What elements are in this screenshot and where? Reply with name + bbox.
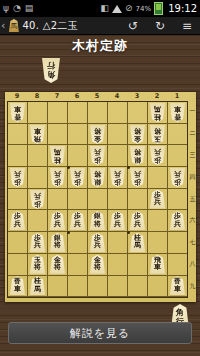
board-cell-9五[interactable] [8,189,28,211]
shogi-piece-飛車-sente[interactable]: 飛車 [149,255,166,274]
file-label: 5 [87,92,107,101]
board-cell-1二[interactable] [168,124,188,146]
gallery-icon: ▤ [25,4,34,13]
shogi-piece-歩兵-sente[interactable]: 歩兵 [169,211,186,230]
rank-label: 二 [189,123,196,145]
vibrate-icon: ◧ [101,4,110,13]
board-cell-8六[interactable] [28,210,48,232]
piece-kanji: 兵 [114,221,121,229]
piece-kanji: 角 [176,308,184,317]
board-cell-6二[interactable] [68,124,88,146]
board-cell-1三[interactable] [168,145,188,167]
piece-kanji: 兵 [154,148,161,156]
file-label: 4 [107,92,127,101]
piece-kanji: 将 [154,127,161,135]
board-cell-2三[interactable]: 歩兵 [148,145,168,167]
board-cell-5四[interactable]: 銀将 [88,167,108,189]
board-cell-1七[interactable] [168,232,188,254]
status-left-icons: ψ ◔ ▤ [0,4,33,13]
view-commentary-button[interactable]: 解説を見る [8,322,192,344]
piece-kanji: 兵 [14,170,21,178]
board-cell-5六[interactable]: 銀将 [88,210,108,232]
gote-hand-tray: 角行 [41,58,61,83]
board-cell-2八[interactable]: 飛車 [148,254,168,276]
shogi-piece-桂馬-sente[interactable]: 桂馬 [129,233,146,252]
undo-icon[interactable]: ↺ [128,20,138,32]
piece-kanji: 兵 [94,148,101,156]
shogi-piece-玉将-sente[interactable]: 玉将 [29,255,46,274]
board-cell-3三[interactable]: 銀将 [128,145,148,167]
piece-kanji: 兵 [94,242,101,250]
board-cell-8四[interactable] [28,167,48,189]
page-title: 木村定跡 [0,37,200,55]
piece-kanji: 兵 [114,170,121,178]
board-cell-7七[interactable]: 銀将 [48,232,68,254]
board-cell-9一[interactable]: 香車 [8,102,28,124]
status-bar: ψ ◔ ▤ ◧ ⊘ 74% 19:12 [0,0,200,17]
shogi-piece-銀将-gote[interactable]: 銀将 [129,146,146,165]
board-cell-2五[interactable]: 歩兵 [148,189,168,211]
board-cell-9六[interactable]: 歩兵 [8,210,28,232]
board-cell-9九[interactable]: 香車 [8,276,28,298]
star-point [127,231,130,234]
shogi-piece-銀将-gote[interactable]: 銀将 [89,168,106,187]
board-cell-4七[interactable] [108,232,128,254]
piece-kanji: 玉 [154,134,161,142]
piece-kanji: 兵 [34,242,41,250]
piece-kanji: 兵 [54,221,61,229]
board-cell-2九[interactable] [148,276,168,298]
rank-label: 五 [189,188,196,210]
shogi-piece-歩兵-sente[interactable]: 歩兵 [9,211,26,230]
board-cell-6四[interactable]: 歩兵 [68,167,88,189]
alarm-icon: ◔ [13,4,21,13]
board-cell-1六[interactable]: 歩兵 [168,210,188,232]
piece-kanji: 将 [54,242,61,250]
shogi-piece-香車-gote[interactable]: 香車 [169,103,186,122]
shogi-piece-桂馬-gote[interactable]: 桂馬 [149,103,166,122]
piece-kanji: 将 [94,127,101,135]
piece-kanji: 将 [94,221,101,229]
piece-kanji: 馬 [54,148,61,156]
shogi-piece-歩兵-sente[interactable]: 歩兵 [109,211,126,230]
board-grid: 香車桂馬香車飛車金将金将玉将桂馬歩兵銀将歩兵歩兵歩兵歩兵銀将歩兵歩兵歩兵歩兵歩兵… [7,101,188,298]
piece-kanji: 桂 [154,112,161,120]
shogi-piece-歩兵-sente[interactable]: 歩兵 [69,211,86,230]
board-cell-4一[interactable] [108,102,128,124]
board-cell-3四[interactable]: 歩兵 [128,167,148,189]
piece-kanji: 角 [47,71,55,80]
board-cell-4四[interactable]: 歩兵 [108,167,128,189]
toolbar: ‹ 馬 40. △2二玉 ↺ ↻ ≡ [0,17,200,35]
board-cell-1一[interactable]: 香車 [168,102,188,124]
piece-kanji: 車 [154,264,161,272]
board-cell-8一[interactable] [28,102,48,124]
file-labels: 987654321 [7,92,187,101]
piece-kanji: 歩 [94,156,101,164]
piece-kanji: 香 [174,112,181,120]
shogi-piece-歩兵-gote[interactable]: 歩兵 [129,168,146,187]
piece-kanji: 歩 [154,156,161,164]
battery-icon [154,2,163,15]
board-cell-2二[interactable]: 玉将 [148,124,168,146]
board-cell-6三[interactable] [68,145,88,167]
shogi-piece-金将-sente[interactable]: 金将 [89,255,106,274]
piece-kanji: 飛 [34,134,41,142]
shogi-piece-歩兵-sente[interactable]: 歩兵 [129,211,146,230]
rotate-icon[interactable]: ↻ [155,20,165,32]
shogi-piece-香車-sente[interactable]: 香車 [9,276,26,295]
board-cell-1五[interactable] [168,189,188,211]
piece-kanji: 歩 [14,177,21,185]
board-cell-6八[interactable] [68,254,88,276]
rank-label: 六 [189,210,196,232]
piece-kanji: 兵 [154,199,161,207]
piece-kanji: 将 [34,264,41,272]
file-label: 9 [7,92,27,101]
board-cell-8九[interactable]: 桂馬 [28,276,48,298]
piece-kanji: 馬 [154,105,161,113]
board-cell-7八[interactable]: 金将 [48,254,68,276]
board-cell-4三[interactable] [108,145,128,167]
star-point [67,166,70,169]
board-cell-4二[interactable] [108,124,128,146]
board-cell-5一[interactable] [88,102,108,124]
file-label: 2 [147,92,167,101]
board-cell-4五[interactable] [108,189,128,211]
shogi-piece-金将-sente[interactable]: 金将 [49,255,66,274]
board-cell-6九[interactable] [68,276,88,298]
file-label: 6 [67,92,87,101]
shogi-piece-桂馬-sente[interactable]: 桂馬 [29,276,46,295]
board-cell-5九[interactable] [88,276,108,298]
board-cell-5七[interactable]: 歩兵 [88,232,108,254]
board-cell-1八[interactable] [168,254,188,276]
shogi-piece-歩兵-gote[interactable]: 歩兵 [89,146,106,165]
piece-kanji: 車 [34,127,41,135]
rank-label: 三 [189,145,196,167]
board-cell-3八[interactable] [128,254,148,276]
board-cell-9三[interactable] [8,145,28,167]
shogi-piece-歩兵-gote[interactable]: 歩兵 [49,168,66,187]
board-cell-4八[interactable] [108,254,128,276]
piece-kanji: 車 [174,105,181,113]
board-cell-5二[interactable]: 金将 [88,124,108,146]
shogi-piece-歩兵-sente[interactable]: 歩兵 [49,211,66,230]
board-cell-7五[interactable] [48,189,68,211]
shogi-piece-金将-gote[interactable]: 金将 [129,125,146,144]
shogi-piece-桂馬-gote[interactable]: 桂馬 [49,146,66,165]
piece-kanji: 行 [47,62,55,71]
piece-kanji: 将 [134,148,141,156]
wifi-icon [112,5,122,13]
status-right-icons: ◧ ⊘ 74% 19:12 [101,2,200,15]
shogi-piece-歩兵-gote[interactable]: 歩兵 [109,168,126,187]
board-cell-7四[interactable]: 歩兵 [48,167,68,189]
rank-label: 九 [189,275,196,297]
piece-kanji: 兵 [174,221,181,229]
board-cell-5三[interactable]: 歩兵 [88,145,108,167]
board-cell-8八[interactable]: 玉将 [28,254,48,276]
board-cell-8二[interactable]: 飛車 [28,124,48,146]
file-label: 8 [27,92,47,101]
board-cell-4六[interactable]: 歩兵 [108,210,128,232]
piece-kanji: 将 [54,264,61,272]
file-label: 1 [167,92,187,101]
board-cell-1四[interactable]: 歩兵 [168,167,188,189]
piece-kanji: 香 [14,112,21,120]
piece-kanji: 金 [134,134,141,142]
star-point [67,231,70,234]
board-cell-2七[interactable] [148,232,168,254]
no-signal-icon: ⊘ [125,4,133,13]
piece-kanji: 兵 [134,170,141,178]
shogi-piece-玉将-gote[interactable]: 玉将 [149,125,166,144]
rank-label: 八 [189,253,196,275]
board-cell-9四[interactable]: 歩兵 [8,167,28,189]
piece-kanji: 銀 [134,156,141,164]
shogi-piece-歩兵-gote[interactable]: 歩兵 [9,168,26,187]
shogi-piece-歩兵-gote[interactable]: 歩兵 [149,146,166,165]
piece-kanji: 車 [14,286,21,294]
piece-kanji: 兵 [174,170,181,178]
shogi-piece-歩兵-sente[interactable]: 歩兵 [29,233,46,252]
shogi-piece-歩兵-gote[interactable]: 歩兵 [29,190,46,209]
board-cell-1九[interactable]: 香車 [168,276,188,298]
piece-kanji: 兵 [34,192,41,200]
board-cell-9八[interactable] [8,254,28,276]
board-cell-7九[interactable] [48,276,68,298]
clock-text: 19:12 [168,3,197,14]
piece-kanji: 車 [174,286,181,294]
board-cell-3七[interactable]: 桂馬 [128,232,148,254]
board-cell-6六[interactable]: 歩兵 [68,210,88,232]
file-label: 3 [127,92,147,101]
rank-label: 一 [189,101,196,123]
shogi-piece-歩兵-gote[interactable]: 歩兵 [69,168,86,187]
board-cell-7三[interactable]: 桂馬 [48,145,68,167]
board-cell-8五[interactable]: 歩兵 [28,189,48,211]
piece-kanji: 兵 [54,170,61,178]
shogi-piece-銀将-sente[interactable]: 銀将 [89,211,106,230]
piece-kanji: 兵 [74,221,81,229]
rank-label: 七 [189,232,196,254]
board-cell-6五[interactable] [68,189,88,211]
shogi-piece-歩兵-sente[interactable]: 歩兵 [89,233,106,252]
board-cell-3一[interactable] [128,102,148,124]
piece-kanji: 金 [94,134,101,142]
rank-label: 四 [189,166,196,188]
board-cell-8七[interactable]: 歩兵 [28,232,48,254]
piece-kanji: 兵 [74,170,81,178]
piece-kanji: 銀 [94,177,101,185]
board-cell-6七[interactable] [68,232,88,254]
board-cell-3五[interactable] [128,189,148,211]
move-label: 40. △2二玉 [22,19,78,33]
board-cell-2一[interactable]: 桂馬 [148,102,168,124]
shogi-piece-香車-gote[interactable]: 香車 [9,103,26,122]
piece-kanji: 馬 [34,286,41,294]
back-icon[interactable]: ‹ [0,19,6,33]
piece-kanji: 歩 [114,177,121,185]
shogi-piece-香車-sente[interactable]: 香車 [169,276,186,295]
piece-kanji: 兵 [14,221,21,229]
menu-icon[interactable]: ≡ [182,20,192,32]
piece-kanji: 歩 [54,177,61,185]
shogi-piece-飛車-gote[interactable]: 飛車 [29,125,46,144]
board-cell-8三[interactable] [28,145,48,167]
piece-kanji: 将 [134,127,141,135]
battery-percent: 74% [136,5,152,13]
board-cell-5五[interactable] [88,189,108,211]
app-screen: ψ ◔ ▤ ◧ ⊘ 74% 19:12 ‹ 馬 40. △2二玉 ↺ ↻ ≡ 木… [0,0,200,356]
usb-icon: ψ [3,4,9,13]
app-icon: 馬 [8,19,19,32]
shogi-piece-金将-gote[interactable]: 金将 [89,125,106,144]
board-cell-7六[interactable]: 歩兵 [48,210,68,232]
board-cell-4九[interactable] [108,276,128,298]
piece-kanji: 将 [94,170,101,178]
board-cell-7二[interactable] [48,124,68,146]
piece-kanji: 歩 [134,177,141,185]
board-cell-2六[interactable] [148,210,168,232]
star-point [127,166,130,169]
shogi-piece-歩兵-gote[interactable]: 歩兵 [169,168,186,187]
board-cell-9二[interactable] [8,124,28,146]
shogi-piece-歩兵-sente[interactable]: 歩兵 [149,190,166,209]
shogi-piece-角行-gote[interactable]: 角行 [41,58,61,83]
piece-kanji: 歩 [174,177,181,185]
piece-kanji: 兵 [134,221,141,229]
shogi-board: 987654321 香車桂馬香車飛車金将金将玉将桂馬歩兵銀将歩兵歩兵歩兵歩兵銀将… [5,92,196,302]
piece-kanji: 馬 [134,242,141,250]
board-cell-2四[interactable] [148,167,168,189]
piece-kanji: 歩 [74,177,81,185]
board-cell-3六[interactable]: 歩兵 [128,210,148,232]
board-cell-7一[interactable] [48,102,68,124]
piece-kanji: 桂 [54,156,61,164]
board-cell-3九[interactable] [128,276,148,298]
piece-kanji: 将 [94,264,101,272]
board-cell-5八[interactable]: 金将 [88,254,108,276]
piece-kanji: 車 [14,105,21,113]
shogi-piece-銀将-sente[interactable]: 銀将 [49,233,66,252]
board-cell-3二[interactable]: 金将 [128,124,148,146]
file-label: 7 [47,92,67,101]
board-cell-9七[interactable] [8,232,28,254]
piece-kanji: 歩 [34,199,41,207]
board-cell-6一[interactable] [68,102,88,124]
rank-labels: 一二三四五六七八九 [189,101,196,297]
